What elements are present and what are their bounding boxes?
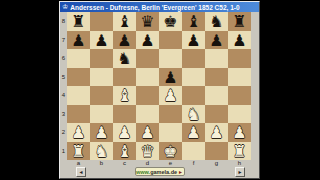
white-rook: ♜	[67, 142, 90, 161]
square-b2: ♟	[90, 123, 113, 142]
square-d4	[136, 86, 159, 105]
square-h1: ♜	[228, 142, 251, 161]
white-rook: ♜	[228, 142, 251, 161]
white-queen: ♛	[136, 142, 159, 161]
black-rook: ♜	[228, 12, 251, 31]
square-d6	[136, 49, 159, 68]
white-king: ♚	[159, 142, 182, 161]
square-c2: ♟	[113, 123, 136, 142]
square-a7: ♟	[67, 31, 90, 50]
banner-text-green: www.	[136, 169, 150, 175]
black-bishop: ♝	[182, 12, 205, 31]
white-knight: ♞	[182, 105, 205, 124]
rank-label-5: 5	[60, 68, 67, 87]
square-d8: ♛	[136, 12, 159, 31]
square-g6	[205, 49, 228, 68]
white-pawn: ♟	[67, 123, 90, 142]
square-h6	[228, 49, 251, 68]
square-h3	[228, 105, 251, 124]
square-f3: ♞	[182, 105, 205, 124]
black-pawn: ♟	[205, 31, 228, 50]
square-c3	[113, 105, 136, 124]
square-g7: ♟	[205, 31, 228, 50]
square-c4: ♝	[113, 86, 136, 105]
square-b3	[90, 105, 113, 124]
square-e5: ♟	[159, 68, 182, 87]
square-f8: ♝	[182, 12, 205, 31]
square-f6	[182, 49, 205, 68]
square-c8: ♝	[113, 12, 136, 31]
viewer-content: 87654321 ♜♝♛♚♝♞♜♟♟♟♟♟♟♟♞♟♝♟♞♟♟♟♟♟♟♟♜♞♝♛♚…	[60, 12, 259, 179]
rank-label-1: 1	[60, 142, 67, 161]
black-knight: ♞	[113, 49, 136, 68]
square-c7: ♟	[113, 31, 136, 50]
square-e1: ♚	[159, 142, 182, 161]
rank-label-4: 4	[60, 86, 67, 105]
video-frame: ♔ Anderssen - Dufresne, Berlin 'Evergree…	[0, 0, 320, 180]
square-d2: ♟	[136, 123, 159, 142]
black-knight: ♞	[205, 12, 228, 31]
square-d3	[136, 105, 159, 124]
controls-bar: ◄ www.gamela.de► ►	[60, 166, 259, 179]
white-pawn: ♟	[159, 86, 182, 105]
banner-link[interactable]: www.gamela.de►	[135, 167, 185, 176]
prev-move-button[interactable]: ◄	[76, 167, 86, 177]
black-pawn: ♟	[182, 31, 205, 50]
black-pawn: ♟	[228, 31, 251, 50]
square-d1: ♛	[136, 142, 159, 161]
square-a5	[67, 68, 90, 87]
square-e4: ♟	[159, 86, 182, 105]
white-pawn: ♟	[182, 123, 205, 142]
board-area: 87654321 ♜♝♛♚♝♞♜♟♟♟♟♟♟♟♞♟♝♟♞♟♟♟♟♟♟♟♜♞♝♛♚…	[60, 12, 259, 160]
white-pawn: ♟	[136, 123, 159, 142]
square-c5	[113, 68, 136, 87]
black-pawn: ♟	[159, 68, 182, 87]
rank-label-2: 2	[60, 123, 67, 142]
rank-label-3: 3	[60, 105, 67, 124]
white-pawn: ♟	[205, 123, 228, 142]
square-f2: ♟	[182, 123, 205, 142]
square-h2: ♟	[228, 123, 251, 142]
rank-labels: 87654321	[60, 12, 67, 160]
square-g2: ♟	[205, 123, 228, 142]
square-d7: ♟	[136, 31, 159, 50]
black-pawn: ♟	[67, 31, 90, 50]
square-a1: ♜	[67, 142, 90, 161]
square-c6: ♞	[113, 49, 136, 68]
square-b4	[90, 86, 113, 105]
square-e8: ♚	[159, 12, 182, 31]
square-d5	[136, 68, 159, 87]
black-pawn: ♟	[90, 31, 113, 50]
window-title: Anderssen - Dufresne, Berlin 'Evergreen'…	[70, 4, 239, 11]
square-f1	[182, 142, 205, 161]
square-a2: ♟	[67, 123, 90, 142]
square-h4	[228, 86, 251, 105]
black-pawn: ♟	[136, 31, 159, 50]
square-g4	[205, 86, 228, 105]
square-b5	[90, 68, 113, 87]
white-bishop: ♝	[113, 142, 136, 161]
square-b6	[90, 49, 113, 68]
square-e6	[159, 49, 182, 68]
square-b8	[90, 12, 113, 31]
square-f7: ♟	[182, 31, 205, 50]
square-e2	[159, 123, 182, 142]
square-f5	[182, 68, 205, 87]
black-king: ♚	[159, 12, 182, 31]
square-h5	[228, 68, 251, 87]
square-b1: ♞	[90, 142, 113, 161]
square-h8: ♜	[228, 12, 251, 31]
square-e7	[159, 31, 182, 50]
banner-arrow-icon: ►	[178, 169, 183, 175]
chess-viewer-window: ♔ Anderssen - Dufresne, Berlin 'Evergree…	[59, 1, 260, 179]
white-bishop: ♝	[113, 86, 136, 105]
rank-label-7: 7	[60, 31, 67, 50]
rank-label-8: 8	[60, 12, 67, 31]
square-g5	[205, 68, 228, 87]
chess-board: ♜♝♛♚♝♞♜♟♟♟♟♟♟♟♞♟♝♟♞♟♟♟♟♟♟♟♜♞♝♛♚♜	[67, 12, 251, 160]
square-f4	[182, 86, 205, 105]
rank-label-6: 6	[60, 49, 67, 68]
square-b7: ♟	[90, 31, 113, 50]
chess-king-icon: ♔	[62, 4, 68, 11]
square-h7: ♟	[228, 31, 251, 50]
next-move-button[interactable]: ►	[235, 167, 245, 177]
white-pawn: ♟	[228, 123, 251, 142]
black-bishop: ♝	[113, 12, 136, 31]
square-a8: ♜	[67, 12, 90, 31]
white-knight: ♞	[90, 142, 113, 161]
white-pawn: ♟	[113, 123, 136, 142]
square-g1	[205, 142, 228, 161]
square-a3	[67, 105, 90, 124]
black-pawn: ♟	[113, 31, 136, 50]
square-g8: ♞	[205, 12, 228, 31]
square-c1: ♝	[113, 142, 136, 161]
title-bar: ♔ Anderssen - Dufresne, Berlin 'Evergree…	[60, 2, 259, 12]
black-rook: ♜	[67, 12, 90, 31]
square-g3	[205, 105, 228, 124]
square-a4	[67, 86, 90, 105]
black-queen: ♛	[136, 12, 159, 31]
square-a6	[67, 49, 90, 68]
banner-text-dark: gamela.de	[150, 169, 177, 175]
square-e3	[159, 105, 182, 124]
white-pawn: ♟	[90, 123, 113, 142]
